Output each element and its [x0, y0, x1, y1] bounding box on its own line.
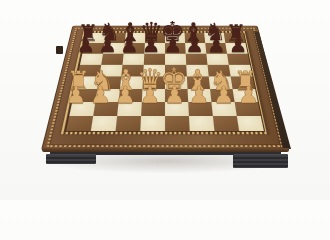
pieces-layer: ♜♞♝♛♚♝♞♜♟♟♟♟♟♟♟♟♜♞♝♛♚♝♞♜♟♟♟♟♟♟♟♟ [0, 0, 330, 200]
piece-white-pawn-e3[interactable]: ♟ [164, 84, 185, 108]
piece-white-pawn-c3[interactable]: ♟ [115, 84, 136, 108]
piece-black-pawn-a7[interactable]: ♟ [76, 35, 95, 56]
piece-white-pawn-d3[interactable]: ♟ [139, 84, 160, 108]
piece-black-pawn-d7[interactable]: ♟ [142, 35, 161, 56]
piece-white-pawn-g3[interactable]: ♟ [213, 84, 234, 108]
piece-black-pawn-h7[interactable]: ♟ [229, 35, 248, 56]
piece-white-pawn-a3[interactable]: ♟ [65, 84, 86, 108]
piece-black-pawn-e7[interactable]: ♟ [164, 35, 183, 56]
piece-white-pawn-b3[interactable]: ♟ [90, 84, 111, 108]
piece-black-pawn-b7[interactable]: ♟ [98, 35, 117, 56]
piece-white-pawn-h3[interactable]: ♟ [238, 84, 259, 108]
piece-black-pawn-c7[interactable]: ♟ [120, 35, 139, 56]
piece-black-pawn-g7[interactable]: ♟ [207, 35, 226, 56]
piece-black-pawn-f7[interactable]: ♟ [185, 35, 204, 56]
piece-white-pawn-f3[interactable]: ♟ [188, 84, 209, 108]
studio-background: { "game": "chess", "scene": "wooden ches… [0, 0, 330, 200]
